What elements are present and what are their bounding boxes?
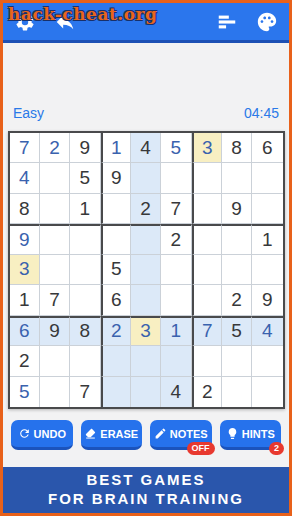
sudoku-cell[interactable]: 2 [192, 377, 222, 407]
sudoku-cell[interactable]: 6 [101, 285, 131, 315]
sudoku-cell[interactable] [131, 285, 161, 315]
sudoku-cell[interactable] [70, 224, 100, 254]
hints-button[interactable]: HINTS 2 [220, 420, 282, 450]
sudoku-cell[interactable]: 9 [252, 285, 282, 315]
sudoku-cell[interactable] [222, 255, 252, 285]
sudoku-cell[interactable] [161, 285, 191, 315]
sudoku-cell[interactable]: 2 [222, 285, 252, 315]
sudoku-cell[interactable] [70, 346, 100, 376]
app-frame: hack-cheat.org Easy 04:45 72914538645981… [0, 0, 292, 516]
settings-gear-icon[interactable] [13, 10, 37, 34]
sudoku-cell[interactable] [222, 377, 252, 407]
stats-bars-icon[interactable] [215, 10, 239, 34]
sudoku-cell[interactable]: 5 [222, 316, 252, 346]
sudoku-cell[interactable] [222, 163, 252, 193]
sudoku-cell[interactable] [192, 194, 222, 224]
eraser-icon [84, 427, 97, 440]
sudoku-cell[interactable]: 4 [10, 163, 40, 193]
sudoku-cell[interactable] [131, 377, 161, 407]
sudoku-cell[interactable]: 2 [101, 316, 131, 346]
sudoku-cell[interactable]: 9 [222, 194, 252, 224]
sudoku-cell[interactable] [70, 255, 100, 285]
sudoku-cell[interactable]: 3 [10, 255, 40, 285]
sudoku-cell[interactable] [40, 194, 70, 224]
sudoku-cell[interactable] [252, 377, 282, 407]
sudoku-cell[interactable]: 4 [252, 316, 282, 346]
sudoku-cell[interactable]: 1 [101, 133, 131, 163]
ad-banner[interactable]: BEST GAMES FOR BRAIN TRAINING [3, 467, 289, 513]
sudoku-cell[interactable] [131, 255, 161, 285]
sudoku-cell[interactable]: 5 [10, 377, 40, 407]
sudoku-cell[interactable]: 9 [40, 316, 70, 346]
notes-badge: OFF [187, 442, 215, 455]
sudoku-cell[interactable]: 7 [192, 316, 222, 346]
sudoku-cell[interactable]: 9 [70, 133, 100, 163]
sudoku-cell[interactable] [131, 346, 161, 376]
sudoku-cell[interactable] [192, 224, 222, 254]
undo-arrow-icon[interactable] [53, 10, 77, 34]
sudoku-cell[interactable] [252, 194, 282, 224]
sudoku-cell[interactable] [40, 377, 70, 407]
sudoku-cell[interactable] [131, 163, 161, 193]
banner-line1: BEST GAMES [86, 471, 205, 490]
sudoku-cell[interactable]: 4 [161, 377, 191, 407]
sudoku-cell[interactable] [222, 346, 252, 376]
sudoku-cell[interactable]: 1 [10, 285, 40, 315]
sudoku-cell[interactable] [101, 377, 131, 407]
sudoku-cell[interactable] [70, 285, 100, 315]
sudoku-cell[interactable]: 7 [10, 133, 40, 163]
sudoku-cell[interactable] [192, 163, 222, 193]
sudoku-cell[interactable]: 1 [252, 224, 282, 254]
sudoku-cell[interactable]: 2 [161, 224, 191, 254]
sudoku-cell[interactable] [40, 163, 70, 193]
sudoku-cell[interactable] [161, 346, 191, 376]
sudoku-cell[interactable]: 7 [70, 377, 100, 407]
undo-icon [18, 427, 31, 440]
hints-label: HINTS [242, 428, 275, 440]
erase-button[interactable]: ERASE [81, 420, 143, 450]
sudoku-cell[interactable]: 7 [40, 285, 70, 315]
status-row: Easy 04:45 [13, 105, 279, 121]
sudoku-cell[interactable] [192, 285, 222, 315]
action-buttons: UNDO ERASE NOTES OFF HINTS 2 [11, 420, 281, 450]
sudoku-cell[interactable]: 2 [40, 133, 70, 163]
sudoku-cell[interactable] [131, 224, 161, 254]
sudoku-cell[interactable]: 8 [10, 194, 40, 224]
sudoku-cell[interactable] [252, 346, 282, 376]
sudoku-cell[interactable]: 7 [161, 194, 191, 224]
sudoku-cell[interactable]: 6 [252, 133, 282, 163]
sudoku-cell[interactable]: 3 [192, 133, 222, 163]
sudoku-cell[interactable] [101, 346, 131, 376]
sudoku-grid: 7291453864598127992135176296982317542574… [8, 131, 285, 409]
banner-line2: FOR BRAIN TRAINING [48, 490, 244, 509]
sudoku-cell[interactable]: 3 [131, 316, 161, 346]
sudoku-cell[interactable] [101, 194, 131, 224]
theme-palette-icon[interactable] [255, 10, 279, 34]
difficulty-label: Easy [13, 105, 44, 121]
timer: 04:45 [244, 105, 279, 121]
sudoku-cell[interactable] [161, 163, 191, 193]
pencil-icon [154, 427, 167, 440]
header-bar [3, 3, 289, 43]
sudoku-cell[interactable] [252, 163, 282, 193]
sudoku-cell[interactable]: 9 [10, 224, 40, 254]
sudoku-cell[interactable]: 8 [70, 316, 100, 346]
sudoku-cell[interactable]: 2 [10, 346, 40, 376]
sudoku-cell[interactable]: 2 [131, 194, 161, 224]
erase-label: ERASE [100, 428, 138, 440]
sudoku-cell[interactable]: 1 [70, 194, 100, 224]
sudoku-cell[interactable] [40, 255, 70, 285]
sudoku-cell[interactable] [101, 224, 131, 254]
sudoku-cell[interactable] [40, 224, 70, 254]
notes-label: NOTES [170, 428, 208, 440]
sudoku-cell[interactable]: 1 [161, 316, 191, 346]
sudoku-cell[interactable]: 5 [70, 163, 100, 193]
undo-label: UNDO [34, 428, 66, 440]
sudoku-cell[interactable]: 5 [161, 133, 191, 163]
bulb-icon [226, 427, 239, 440]
sudoku-cell[interactable]: 6 [10, 316, 40, 346]
sudoku-cell[interactable]: 8 [222, 133, 252, 163]
sudoku-cell[interactable] [161, 255, 191, 285]
sudoku-cell[interactable] [192, 346, 222, 376]
undo-button[interactable]: UNDO [11, 420, 73, 450]
hints-badge: 2 [269, 442, 284, 455]
sudoku-cell[interactable] [40, 346, 70, 376]
sudoku-cell[interactable]: 9 [101, 163, 131, 193]
notes-button[interactable]: NOTES OFF [150, 420, 212, 450]
sudoku-cell[interactable] [252, 255, 282, 285]
sudoku-cell[interactable]: 5 [101, 255, 131, 285]
sudoku-cell[interactable] [192, 255, 222, 285]
sudoku-cell[interactable]: 4 [131, 133, 161, 163]
sudoku-cell[interactable] [222, 224, 252, 254]
